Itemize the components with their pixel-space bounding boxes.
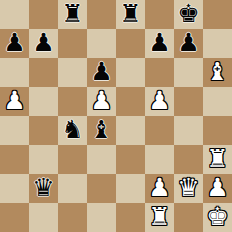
square-f4[interactable]: [145, 116, 174, 145]
square-a7[interactable]: ♟: [0, 29, 29, 58]
square-d1[interactable]: [87, 203, 116, 232]
square-e6[interactable]: [116, 58, 145, 87]
square-e3[interactable]: [116, 145, 145, 174]
square-c3[interactable]: [58, 145, 87, 174]
square-b3[interactable]: [29, 145, 58, 174]
square-d6[interactable]: ♟: [87, 58, 116, 87]
square-g7[interactable]: ♟: [174, 29, 203, 58]
square-g4[interactable]: [174, 116, 203, 145]
square-d3[interactable]: [87, 145, 116, 174]
square-d4[interactable]: ♝: [87, 116, 116, 145]
black-bishop: ♝: [90, 116, 112, 144]
white-pawn: ♟: [206, 174, 228, 202]
square-b5[interactable]: [29, 87, 58, 116]
black-knight: ♞: [61, 116, 83, 144]
square-h6[interactable]: ♝: [203, 58, 232, 87]
square-b1[interactable]: [29, 203, 58, 232]
square-h5[interactable]: [203, 87, 232, 116]
white-pawn: ♟: [90, 87, 112, 115]
square-h4[interactable]: [203, 116, 232, 145]
square-g8[interactable]: ♚: [174, 0, 203, 29]
square-f7[interactable]: ♟: [145, 29, 174, 58]
white-king: ♚: [206, 203, 228, 231]
square-c1[interactable]: [58, 203, 87, 232]
square-e5[interactable]: [116, 87, 145, 116]
square-f8[interactable]: [145, 0, 174, 29]
square-h7[interactable]: [203, 29, 232, 58]
square-a6[interactable]: [0, 58, 29, 87]
square-a2[interactable]: [0, 174, 29, 203]
black-pawn: ♟: [148, 29, 170, 57]
square-b6[interactable]: [29, 58, 58, 87]
square-e4[interactable]: [116, 116, 145, 145]
square-c6[interactable]: [58, 58, 87, 87]
white-pawn: ♟: [148, 174, 170, 202]
square-f2[interactable]: ♟: [145, 174, 174, 203]
square-a8[interactable]: [0, 0, 29, 29]
square-b7[interactable]: ♟: [29, 29, 58, 58]
black-king: ♚: [177, 0, 199, 28]
square-d8[interactable]: [87, 0, 116, 29]
black-rook: ♜: [119, 0, 141, 28]
square-d5[interactable]: ♟: [87, 87, 116, 116]
square-h3[interactable]: ♜: [203, 145, 232, 174]
black-pawn: ♟: [177, 29, 199, 57]
black-rook: ♜: [61, 0, 83, 28]
square-d7[interactable]: [87, 29, 116, 58]
square-h8[interactable]: [203, 0, 232, 29]
square-g6[interactable]: [174, 58, 203, 87]
white-queen: ♛: [177, 174, 199, 202]
square-b2[interactable]: ♛: [29, 174, 58, 203]
square-f1[interactable]: ♜: [145, 203, 174, 232]
white-rook: ♜: [148, 203, 170, 231]
square-g3[interactable]: [174, 145, 203, 174]
square-c5[interactable]: [58, 87, 87, 116]
black-pawn: ♟: [32, 29, 54, 57]
square-g2[interactable]: ♛: [174, 174, 203, 203]
white-rook: ♜: [206, 145, 228, 173]
square-b4[interactable]: [29, 116, 58, 145]
square-a3[interactable]: [0, 145, 29, 174]
square-g5[interactable]: [174, 87, 203, 116]
black-queen: ♛: [32, 174, 54, 202]
black-pawn: ♟: [3, 29, 25, 57]
square-a4[interactable]: [0, 116, 29, 145]
white-pawn: ♟: [148, 87, 170, 115]
square-d2[interactable]: [87, 174, 116, 203]
square-f5[interactable]: ♟: [145, 87, 174, 116]
square-g1[interactable]: [174, 203, 203, 232]
square-a5[interactable]: ♟: [0, 87, 29, 116]
square-c4[interactable]: ♞: [58, 116, 87, 145]
square-a1[interactable]: [0, 203, 29, 232]
chess-board: ♜♜♚♟♟♟♟♟♝♟♟♟♞♝♜♛♟♛♟♜♚: [0, 0, 232, 232]
white-bishop: ♝: [206, 58, 228, 86]
square-c2[interactable]: [58, 174, 87, 203]
white-pawn: ♟: [3, 87, 25, 115]
square-e7[interactable]: [116, 29, 145, 58]
square-h1[interactable]: ♚: [203, 203, 232, 232]
square-e1[interactable]: [116, 203, 145, 232]
square-h2[interactable]: ♟: [203, 174, 232, 203]
square-b8[interactable]: [29, 0, 58, 29]
square-e8[interactable]: ♜: [116, 0, 145, 29]
square-e2[interactable]: [116, 174, 145, 203]
square-f3[interactable]: [145, 145, 174, 174]
square-c7[interactable]: [58, 29, 87, 58]
black-pawn: ♟: [90, 58, 112, 86]
square-f6[interactable]: [145, 58, 174, 87]
square-c8[interactable]: ♜: [58, 0, 87, 29]
